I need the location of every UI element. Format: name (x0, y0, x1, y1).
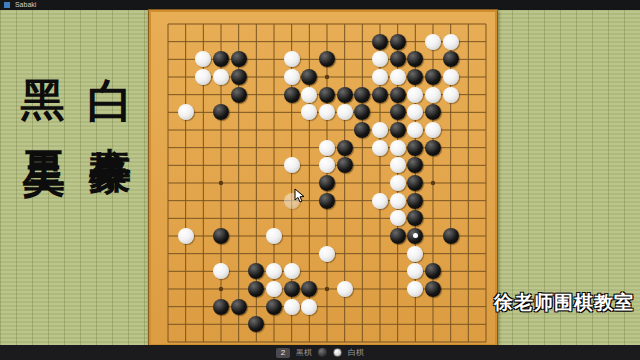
stone-black[interactable] (390, 104, 406, 120)
toolbar-white-label: 白棋 (348, 348, 364, 358)
stone-black[interactable] (266, 299, 282, 315)
stone-white[interactable] (425, 34, 441, 50)
stone-black[interactable] (231, 51, 247, 67)
stone-black[interactable] (231, 87, 247, 103)
mouse-cursor (294, 188, 306, 204)
stone-black[interactable] (390, 34, 406, 50)
stone-black[interactable] (372, 34, 388, 50)
stone-black[interactable] (407, 140, 423, 156)
stone-white[interactable] (266, 228, 282, 244)
stone-black[interactable] (390, 122, 406, 138)
stone-white[interactable] (266, 281, 282, 297)
stone-black[interactable] (390, 228, 406, 244)
stone-white[interactable] (407, 246, 423, 262)
bottom-toolbar: 2 黑棋 白棋 (0, 345, 640, 360)
window-title: Sabaki (15, 0, 36, 10)
stone-white[interactable] (443, 34, 459, 50)
watermark-text: 徐老师围棋教室 (494, 290, 640, 316)
stone-white[interactable] (284, 299, 300, 315)
stone-white[interactable] (407, 87, 423, 103)
stone-white[interactable] (284, 51, 300, 67)
stone-black[interactable] (372, 87, 388, 103)
stone-black[interactable] (390, 87, 406, 103)
move-number-badge[interactable]: 2 (276, 348, 290, 358)
stone-white[interactable] (301, 299, 317, 315)
toolbar-black-label: 黑棋 (296, 348, 312, 358)
last-move-marker (413, 233, 418, 238)
stone-black[interactable] (319, 175, 335, 191)
stone-black[interactable] (284, 281, 300, 297)
stone-black[interactable] (443, 51, 459, 67)
stone-white[interactable] (284, 157, 300, 173)
stone-black[interactable] (213, 228, 229, 244)
stone-white[interactable] (390, 69, 406, 85)
go-board[interactable] (148, 9, 498, 347)
stone-white[interactable] (372, 140, 388, 156)
stone-white[interactable] (284, 263, 300, 279)
stone-black[interactable] (390, 51, 406, 67)
stone-black[interactable] (354, 87, 370, 103)
stone-white[interactable] (390, 193, 406, 209)
stone-black[interactable] (231, 299, 247, 315)
stone-white[interactable] (319, 246, 335, 262)
black-player-name: 王星昊 (16, 118, 72, 124)
stone-black[interactable] (407, 193, 423, 209)
stone-black[interactable] (425, 140, 441, 156)
stone-white[interactable] (284, 69, 300, 85)
stone-black[interactable] (319, 193, 335, 209)
stone-black[interactable] (425, 281, 441, 297)
stone-white[interactable] (390, 210, 406, 226)
stone-white[interactable] (178, 228, 194, 244)
stone-white[interactable] (372, 193, 388, 209)
app-icon (4, 2, 10, 8)
stone-white[interactable] (443, 69, 459, 85)
stone-black[interactable] (337, 157, 353, 173)
stone-black[interactable] (231, 69, 247, 85)
white-player-name: 辜梓豪 (82, 114, 138, 120)
stone-white[interactable] (213, 69, 229, 85)
stone-black[interactable] (337, 140, 353, 156)
stone-black[interactable] (443, 228, 459, 244)
white-player-label: 白 (80, 42, 142, 44)
stone-black[interactable] (284, 87, 300, 103)
stone-white[interactable] (372, 122, 388, 138)
stone-black[interactable] (213, 299, 229, 315)
stone-white[interactable] (390, 157, 406, 173)
stone-white[interactable] (301, 87, 317, 103)
stone-white[interactable] (425, 122, 441, 138)
stone-white[interactable] (178, 104, 194, 120)
black-player-label: 黑 (14, 44, 73, 46)
stone-white[interactable] (390, 140, 406, 156)
stone-white[interactable] (372, 69, 388, 85)
stone-white[interactable] (443, 87, 459, 103)
stone-black[interactable] (337, 87, 353, 103)
stone-white[interactable] (390, 175, 406, 191)
stone-white[interactable] (425, 87, 441, 103)
black-stone-icon[interactable] (318, 348, 327, 357)
stone-white[interactable] (337, 281, 353, 297)
stone-black[interactable] (425, 69, 441, 85)
stone-black[interactable] (319, 87, 335, 103)
stone-white[interactable] (319, 140, 335, 156)
white-stone-icon[interactable] (333, 348, 342, 357)
sabaki-window: Sabaki 黑 王星昊 白 辜梓豪 徐老师围棋教室 2 黑棋 白棋 (0, 0, 640, 360)
stone-white[interactable] (337, 104, 353, 120)
